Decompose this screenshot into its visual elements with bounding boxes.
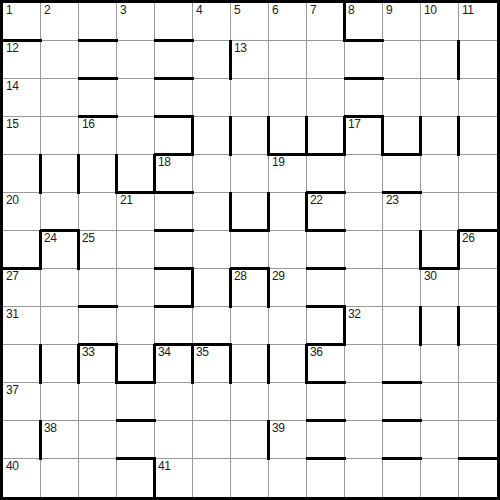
grid-cell[interactable]: 37 — [3, 383, 41, 421]
grid-cell[interactable] — [41, 459, 79, 497]
grid-cell[interactable] — [269, 345, 307, 383]
grid-cell[interactable] — [383, 155, 421, 193]
grid-cell[interactable] — [459, 41, 497, 79]
clue-number: 3 — [120, 4, 126, 17]
clue-number: 7 — [310, 4, 316, 17]
clue-number: 14 — [6, 80, 18, 93]
grid-cell[interactable] — [41, 383, 79, 421]
grid-cell[interactable] — [79, 79, 117, 117]
grid-cell[interactable]: 21 — [117, 193, 155, 231]
clue-number: 28 — [234, 270, 246, 283]
grid-cell[interactable]: 20 — [3, 193, 41, 231]
grid-cell[interactable] — [345, 79, 383, 117]
grid-cell[interactable] — [383, 459, 421, 497]
clue-number: 8 — [348, 4, 354, 17]
clue-number: 33 — [82, 346, 94, 359]
grid-cell[interactable] — [383, 345, 421, 383]
grid-cell[interactable] — [41, 269, 79, 307]
grid-cell[interactable] — [307, 79, 345, 117]
grid-cell[interactable]: 13 — [231, 41, 269, 79]
grid-cell[interactable] — [3, 155, 41, 193]
clue-number: 26 — [462, 232, 474, 245]
clue-number: 2 — [44, 4, 50, 17]
grid-cell[interactable] — [117, 79, 155, 117]
grid-cell[interactable] — [41, 345, 79, 383]
grid-cell[interactable] — [41, 117, 79, 155]
grid-cell[interactable]: 27 — [3, 269, 41, 307]
grid-cell[interactable] — [383, 41, 421, 79]
grid-cell[interactable] — [231, 155, 269, 193]
grid-cell[interactable] — [421, 459, 459, 497]
clue-number: 19 — [272, 156, 284, 169]
grid-cell[interactable] — [231, 193, 269, 231]
grid-cell[interactable] — [155, 269, 193, 307]
grid-cell[interactable]: 9 — [383, 3, 421, 41]
grid-cell[interactable] — [421, 155, 459, 193]
clue-number: 36 — [310, 346, 322, 359]
grid-cell[interactable] — [41, 155, 79, 193]
grid-cell[interactable] — [421, 79, 459, 117]
grid-cell[interactable] — [155, 41, 193, 79]
grid-cell[interactable] — [345, 193, 383, 231]
grid-cell[interactable] — [459, 383, 497, 421]
grid-cell[interactable] — [345, 41, 383, 79]
grid-cell[interactable] — [117, 41, 155, 79]
grid-cell[interactable]: 14 — [3, 79, 41, 117]
grid-cell[interactable]: 35 — [193, 345, 231, 383]
grid-cell[interactable] — [41, 41, 79, 79]
grid-cell[interactable]: 6 — [269, 3, 307, 41]
grid-cell[interactable] — [345, 383, 383, 421]
grid-cell[interactable] — [307, 41, 345, 79]
grid-cell[interactable]: 8 — [345, 3, 383, 41]
grid-cell[interactable] — [383, 79, 421, 117]
grid-cell[interactable] — [421, 383, 459, 421]
grid-cell[interactable] — [193, 193, 231, 231]
grid-cell[interactable] — [193, 421, 231, 459]
clue-number: 5 — [234, 4, 240, 17]
grid-cell[interactable] — [193, 459, 231, 497]
grid-cell[interactable] — [79, 41, 117, 79]
grid-cell[interactable] — [459, 307, 497, 345]
grid-cell[interactable]: 16 — [79, 117, 117, 155]
clue-number: 20 — [6, 194, 18, 207]
grid-cell[interactable]: 3 — [117, 3, 155, 41]
grid-cell[interactable] — [155, 193, 193, 231]
grid-cell[interactable] — [269, 41, 307, 79]
clue-number: 34 — [158, 346, 170, 359]
grid-cell[interactable]: 40 — [3, 459, 41, 497]
grid-cell[interactable] — [3, 345, 41, 383]
clue-number: 27 — [6, 270, 18, 283]
clue-number: 39 — [272, 422, 284, 435]
grid-cell[interactable]: 33 — [79, 345, 117, 383]
grid-cell[interactable]: 30 — [421, 269, 459, 307]
grid-cell[interactable] — [307, 155, 345, 193]
grid-cell[interactable] — [3, 421, 41, 459]
grid-cell[interactable] — [421, 307, 459, 345]
grid-cell[interactable] — [307, 269, 345, 307]
clue-number: 41 — [158, 460, 170, 473]
grid-cell[interactable]: 5 — [231, 3, 269, 41]
grid-cell[interactable]: 32 — [345, 307, 383, 345]
grid-cell[interactable] — [269, 459, 307, 497]
grid-cell[interactable] — [117, 421, 155, 459]
grid-cell[interactable]: 23 — [383, 193, 421, 231]
grid-cell[interactable]: 17 — [345, 117, 383, 155]
grid-cell[interactable] — [231, 231, 269, 269]
grid-cell[interactable] — [79, 307, 117, 345]
grid-cell[interactable] — [117, 383, 155, 421]
grid-cell[interactable]: 10 — [421, 3, 459, 41]
grid-cell[interactable] — [155, 421, 193, 459]
clue-number: 22 — [310, 194, 322, 207]
grid-cell[interactable] — [117, 117, 155, 155]
grid-cell[interactable]: 25 — [79, 231, 117, 269]
grid-cell[interactable]: 36 — [307, 345, 345, 383]
grid-cell[interactable] — [3, 231, 41, 269]
grid-cell[interactable] — [41, 79, 79, 117]
clue-number: 21 — [120, 194, 132, 207]
grid-cell[interactable] — [231, 345, 269, 383]
grid-cell[interactable] — [117, 307, 155, 345]
grid-cell[interactable] — [41, 193, 79, 231]
grid-cell[interactable]: 31 — [3, 307, 41, 345]
cell-layer: 1234567891011121314151617181920212223242… — [3, 3, 497, 497]
grid-cell[interactable] — [79, 421, 117, 459]
grid-cell[interactable] — [421, 41, 459, 79]
grid-cell[interactable] — [269, 193, 307, 231]
grid-cell[interactable] — [383, 421, 421, 459]
clue-number: 1 — [6, 4, 12, 17]
grid-cell[interactable] — [269, 383, 307, 421]
grid-cell[interactable] — [155, 383, 193, 421]
clue-number: 9 — [386, 4, 392, 17]
grid-cell[interactable] — [193, 79, 231, 117]
clue-number: 35 — [196, 346, 208, 359]
grid-cell[interactable] — [459, 345, 497, 383]
grid-cell[interactable] — [231, 117, 269, 155]
grid-cell[interactable]: 1 — [3, 3, 41, 41]
grid-cell[interactable] — [155, 307, 193, 345]
grid-cell[interactable] — [155, 79, 193, 117]
grid-cell[interactable]: 29 — [269, 269, 307, 307]
grid-cell[interactable] — [155, 3, 193, 41]
grid-cell[interactable] — [117, 155, 155, 193]
grid-cell[interactable] — [307, 231, 345, 269]
grid-cell[interactable] — [231, 383, 269, 421]
clue-number: 40 — [6, 460, 18, 473]
grid-cell[interactable] — [421, 193, 459, 231]
grid-cell[interactable] — [79, 155, 117, 193]
grid-cell[interactable]: 41 — [155, 459, 193, 497]
grid-cell[interactable] — [193, 155, 231, 193]
grid-cell[interactable] — [383, 307, 421, 345]
grid-cell[interactable] — [155, 231, 193, 269]
grid-cell[interactable] — [117, 269, 155, 307]
clue-number: 30 — [424, 270, 436, 283]
grid-cell[interactable] — [459, 193, 497, 231]
grid-cell[interactable] — [421, 117, 459, 155]
grid-cell[interactable] — [193, 231, 231, 269]
grid-cell[interactable] — [231, 307, 269, 345]
clue-number: 18 — [158, 156, 170, 169]
grid-cell[interactable] — [269, 231, 307, 269]
grid-cell[interactable] — [421, 345, 459, 383]
grid-cell[interactable] — [79, 459, 117, 497]
grid-cell[interactable] — [383, 231, 421, 269]
grid-cell[interactable] — [79, 383, 117, 421]
grid-cell[interactable]: 22 — [307, 193, 345, 231]
clue-number: 15 — [6, 118, 18, 131]
grid-cell[interactable] — [421, 421, 459, 459]
grid-cell[interactable] — [345, 231, 383, 269]
grid-cell[interactable] — [79, 3, 117, 41]
grid-cell[interactable]: 26 — [459, 231, 497, 269]
grid-cell[interactable] — [193, 117, 231, 155]
grid-cell[interactable]: 15 — [3, 117, 41, 155]
grid-cell[interactable] — [459, 421, 497, 459]
grid-cell[interactable] — [269, 307, 307, 345]
grid-cell[interactable] — [231, 421, 269, 459]
grid-cell[interactable] — [459, 117, 497, 155]
clue-number: 4 — [196, 4, 202, 17]
grid-cell[interactable] — [117, 459, 155, 497]
grid-cell[interactable] — [193, 383, 231, 421]
clue-number: 10 — [424, 4, 436, 17]
grid-cell[interactable]: 7 — [307, 3, 345, 41]
grid-cell[interactable] — [383, 269, 421, 307]
clue-number: 25 — [82, 232, 94, 245]
grid-cell[interactable]: 38 — [41, 421, 79, 459]
clue-number: 32 — [348, 308, 360, 321]
grid-cell[interactable] — [459, 155, 497, 193]
grid-cell[interactable] — [117, 231, 155, 269]
clue-number: 24 — [44, 232, 56, 245]
crossword-grid: 1234567891011121314151617181920212223242… — [0, 0, 500, 500]
grid-cell[interactable] — [193, 307, 231, 345]
grid-cell[interactable] — [79, 269, 117, 307]
grid-cell[interactable]: 18 — [155, 155, 193, 193]
clue-number: 12 — [6, 42, 18, 55]
grid-cell[interactable] — [345, 459, 383, 497]
clue-number: 17 — [348, 118, 360, 131]
grid-cell[interactable] — [307, 421, 345, 459]
grid-cell[interactable]: 39 — [269, 421, 307, 459]
grid-cell[interactable]: 24 — [41, 231, 79, 269]
grid-cell[interactable] — [193, 41, 231, 79]
grid-cell[interactable] — [345, 345, 383, 383]
grid-cell[interactable]: 11 — [459, 3, 497, 41]
grid-cell[interactable] — [307, 383, 345, 421]
grid-cell[interactable] — [79, 193, 117, 231]
clue-number: 23 — [386, 194, 398, 207]
grid-cell[interactable]: 28 — [231, 269, 269, 307]
grid-cell[interactable] — [307, 307, 345, 345]
grid-cell[interactable] — [117, 345, 155, 383]
grid-cell[interactable]: 4 — [193, 3, 231, 41]
grid-cell[interactable] — [41, 307, 79, 345]
grid-cell[interactable] — [155, 117, 193, 155]
clue-number: 31 — [6, 308, 18, 321]
grid-cell[interactable] — [383, 383, 421, 421]
clue-number: 6 — [272, 4, 278, 17]
grid-cell[interactable] — [345, 269, 383, 307]
grid-cell[interactable]: 12 — [3, 41, 41, 79]
grid-cell[interactable] — [383, 117, 421, 155]
grid-cell[interactable] — [193, 269, 231, 307]
grid-cell[interactable] — [231, 459, 269, 497]
grid-cell[interactable]: 19 — [269, 155, 307, 193]
grid-cell[interactable] — [459, 459, 497, 497]
grid-cell[interactable] — [421, 231, 459, 269]
grid-cell[interactable] — [345, 421, 383, 459]
grid-cell[interactable] — [269, 117, 307, 155]
grid-cell[interactable] — [307, 117, 345, 155]
clue-number: 16 — [82, 118, 94, 131]
grid-cell[interactable] — [459, 269, 497, 307]
clue-number: 38 — [44, 422, 56, 435]
grid-cell[interactable] — [459, 79, 497, 117]
grid-cell[interactable]: 34 — [155, 345, 193, 383]
grid-cell[interactable] — [345, 155, 383, 193]
grid-cell[interactable] — [269, 79, 307, 117]
grid-cell[interactable]: 2 — [41, 3, 79, 41]
clue-number: 11 — [462, 4, 473, 17]
clue-number: 29 — [272, 270, 284, 283]
clue-number: 37 — [6, 384, 18, 397]
clue-number: 13 — [234, 42, 246, 55]
grid-cell[interactable] — [231, 79, 269, 117]
grid-cell[interactable] — [307, 459, 345, 497]
